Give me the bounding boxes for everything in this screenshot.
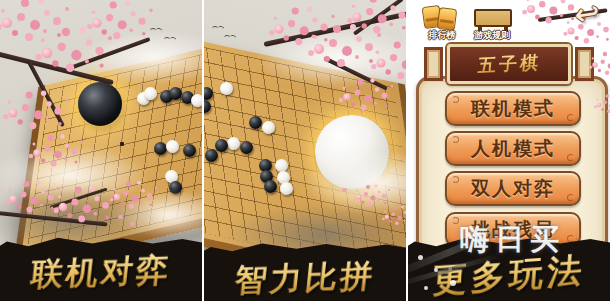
leaderboard-button[interactable]: 排行榜 xyxy=(418,4,466,42)
cherry-blossoms xyxy=(353,13,362,22)
cherry-blossoms xyxy=(59,203,68,212)
rules-button[interactable]: 游戏规则 xyxy=(464,4,520,42)
watermark: 嗨日买 xyxy=(460,220,565,260)
black-stone xyxy=(249,116,262,129)
white-stone xyxy=(220,82,233,95)
black-stone xyxy=(240,141,253,154)
cherry-blossoms xyxy=(93,19,102,28)
bird-icon xyxy=(164,37,176,43)
cherry-blossoms xyxy=(275,25,284,34)
cherry-blossoms xyxy=(114,194,121,201)
rules-label: 游戏规则 xyxy=(464,29,520,42)
caption-text: 智力比拼 xyxy=(204,253,406,301)
cherry-blossoms xyxy=(314,44,324,54)
splatter xyxy=(418,255,423,260)
bird-icon xyxy=(150,28,162,34)
splatter xyxy=(434,268,438,272)
screenshot-main-menu[interactable]: 排行榜 游戏规则 ↩ 五子棋 联机模式 人机模式 双人对弈 挑战残局 xyxy=(408,0,610,301)
bird-icon xyxy=(212,26,224,32)
black-stone xyxy=(204,87,213,100)
cherry-blossoms xyxy=(42,48,53,59)
cherry-blossoms xyxy=(527,5,535,13)
mini-board-icon xyxy=(474,9,512,27)
two-player-button[interactable]: 双人对弈 xyxy=(445,171,581,206)
cherry-blossoms xyxy=(357,195,362,200)
cherry-blossoms xyxy=(9,195,17,203)
title-plaque: 五子棋 xyxy=(424,44,594,84)
splatter xyxy=(450,280,456,286)
petal xyxy=(342,188,347,192)
vs-ai-mode-button[interactable]: 人机模式 xyxy=(445,131,581,166)
bird-icon xyxy=(224,35,236,41)
petal xyxy=(118,215,123,219)
gold-cups-icon xyxy=(437,7,458,31)
white-stone xyxy=(144,87,157,100)
white-stone xyxy=(166,140,179,153)
cherry-blossoms xyxy=(343,93,351,101)
plaque-ornament xyxy=(575,47,594,81)
cherry-blossoms xyxy=(33,149,41,157)
plaque-ornament xyxy=(424,47,443,81)
black-stone xyxy=(154,142,167,155)
cherry-blossoms xyxy=(2,18,12,28)
white-stone xyxy=(227,137,240,150)
petal xyxy=(130,222,135,226)
cherry-blossoms xyxy=(592,62,598,68)
white-stone xyxy=(275,159,288,172)
caption-text: 联机对弈 xyxy=(0,247,202,298)
black-stone xyxy=(264,180,277,193)
online-mode-button[interactable]: 联机模式 xyxy=(445,91,581,126)
black-stone xyxy=(215,139,228,152)
cherry-blossoms xyxy=(597,103,602,108)
black-stone xyxy=(169,87,182,100)
splatter xyxy=(424,286,428,290)
plaque-bar: 五子棋 xyxy=(447,44,571,84)
leaderboard-label: 排行榜 xyxy=(418,29,466,42)
promo-screenshot-strip: 联机对弈 智力比拼 xyxy=(0,0,610,301)
black-stone xyxy=(183,144,196,157)
return-arrow-icon[interactable]: ↩ xyxy=(566,0,609,34)
game-title: 五子棋 xyxy=(476,50,541,77)
white-stone xyxy=(280,182,293,195)
featured-black-stone xyxy=(78,82,122,126)
cherry-blossoms xyxy=(377,59,386,68)
star-point xyxy=(120,142,124,146)
white-stone xyxy=(262,121,275,134)
cherry-blossoms xyxy=(9,109,18,118)
white-stone xyxy=(191,94,203,107)
screenshot-online-play[interactable]: 联机对弈 xyxy=(0,0,202,301)
black-stone xyxy=(205,149,218,162)
cherry-blossoms xyxy=(385,215,390,220)
black-stone xyxy=(204,100,211,113)
screenshot-battle-of-wits[interactable]: 智力比拼 xyxy=(204,0,406,301)
